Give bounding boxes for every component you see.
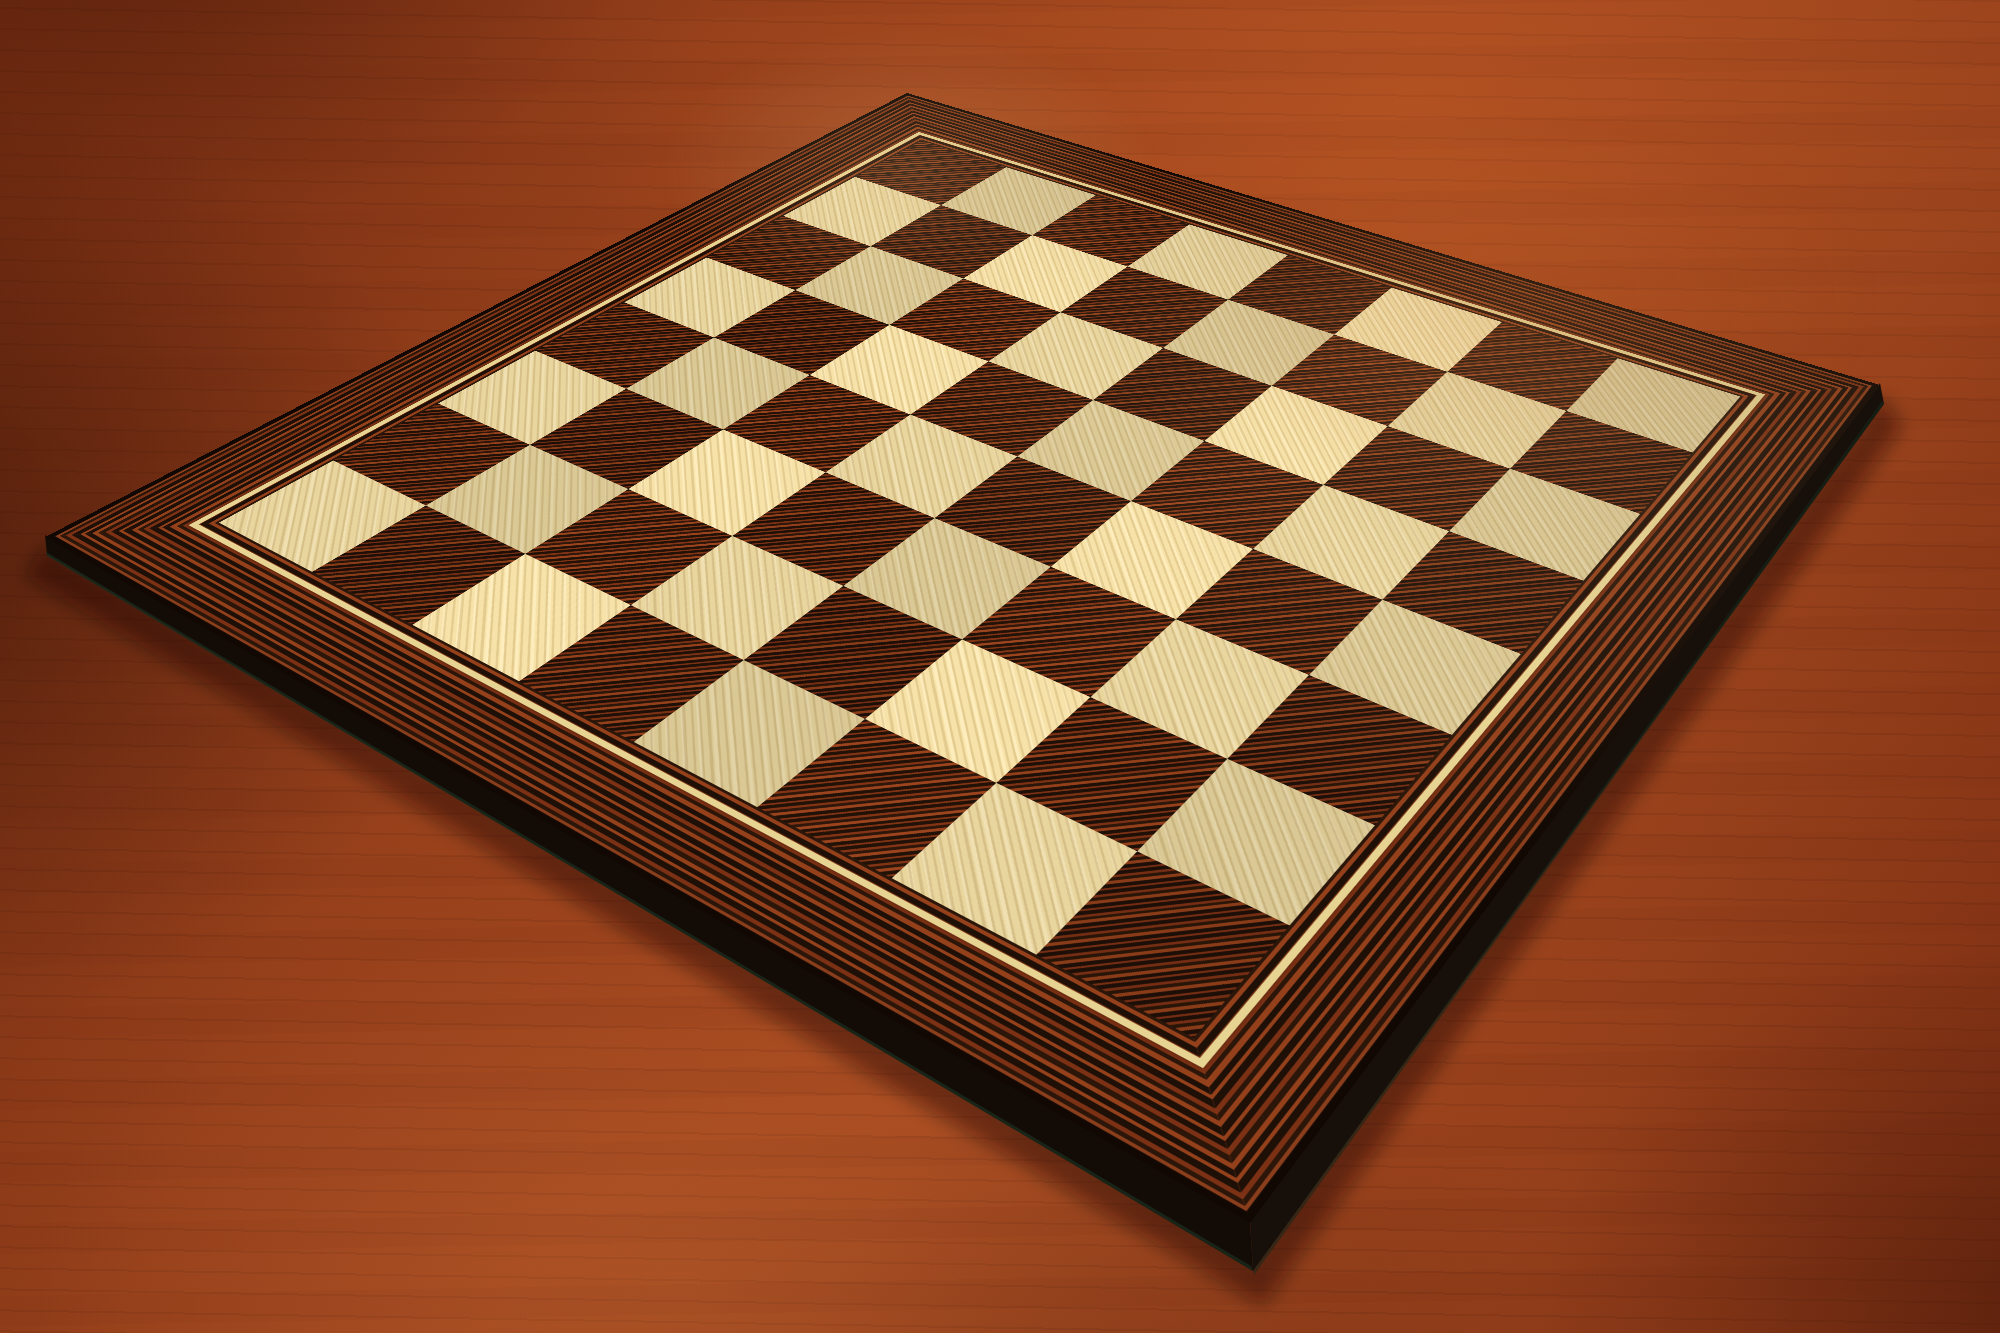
photo-of-chessboard-on-table: { "game": "chess", "scene": { "subject":… [0,0,2000,1333]
